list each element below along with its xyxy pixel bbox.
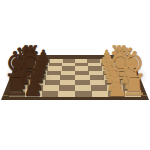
chess-set-photo: ♜♟♟♜♞♟♟♞♝♟♟♝♛♟♟♛♚♟♟♚♝♟♟♝♞♟♟♞♜♟♟♜ — [0, 0, 150, 150]
white-rook[interactable]: ♜ — [121, 71, 147, 100]
black-pawn[interactable]: ♟ — [23, 76, 43, 99]
pieces-layer: ♜♟♟♜♞♟♟♞♝♟♟♝♛♟♟♛♚♟♟♚♝♟♟♝♞♟♟♞♜♟♟♜ — [0, 0, 150, 150]
